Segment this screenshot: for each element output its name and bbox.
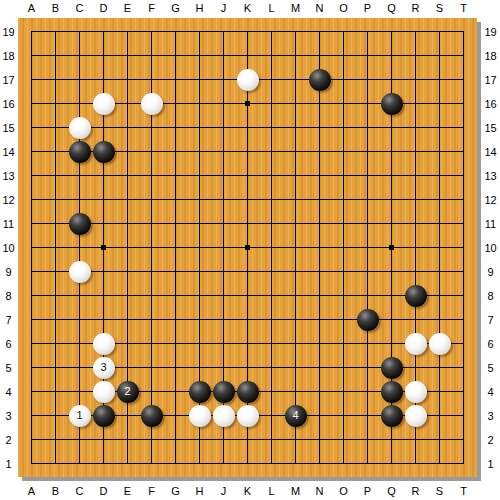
stone-white-D6[interactable] xyxy=(93,333,115,355)
column-label-top: R xyxy=(404,1,428,15)
stone-black-J4[interactable] xyxy=(213,381,235,403)
star-point xyxy=(245,245,250,250)
star-point xyxy=(101,245,106,250)
row-label-left: 5 xyxy=(0,361,17,375)
row-label-left: 13 xyxy=(0,169,17,183)
column-label-bottom: N xyxy=(308,484,332,498)
grid-line-vertical xyxy=(319,31,320,464)
stone-black-P7[interactable] xyxy=(357,309,379,331)
row-label-left: 18 xyxy=(0,49,17,63)
column-label-top: M xyxy=(284,1,308,15)
row-label-left: 11 xyxy=(0,217,17,231)
stone-white-D4[interactable] xyxy=(93,381,115,403)
go-board[interactable]: 1324 xyxy=(18,18,477,477)
column-label-bottom: L xyxy=(260,484,284,498)
row-label-right: 18 xyxy=(482,49,499,63)
stone-white-C9[interactable] xyxy=(69,261,91,283)
row-label-right: 3 xyxy=(482,409,499,423)
stone-black-D14[interactable] xyxy=(93,141,115,163)
row-label-left: 12 xyxy=(0,193,17,207)
column-label-bottom: D xyxy=(92,484,116,498)
column-label-bottom: Q xyxy=(380,484,404,498)
column-label-bottom: C xyxy=(68,484,92,498)
row-label-right: 13 xyxy=(482,169,499,183)
grid-line-horizontal xyxy=(31,319,464,320)
column-label-bottom: B xyxy=(44,484,68,498)
stone-white-R4[interactable] xyxy=(405,381,427,403)
move-number-label: 1 xyxy=(76,410,82,421)
stone-black-M3[interactable]: 4 xyxy=(285,405,307,427)
row-label-right: 17 xyxy=(482,73,499,87)
move-number-label: 2 xyxy=(124,386,130,397)
column-label-top: H xyxy=(188,1,212,15)
column-label-top: K xyxy=(236,1,260,15)
row-label-right: 11 xyxy=(482,217,499,231)
star-point xyxy=(245,101,250,106)
column-label-top: S xyxy=(428,1,452,15)
stone-white-R3[interactable] xyxy=(405,405,427,427)
column-label-bottom: P xyxy=(356,484,380,498)
column-label-top: A xyxy=(20,1,44,15)
stone-black-R8[interactable] xyxy=(405,285,427,307)
row-label-right: 12 xyxy=(482,193,499,207)
stone-white-D5[interactable]: 3 xyxy=(93,357,115,379)
grid-line-horizontal xyxy=(31,271,464,272)
stone-white-J3[interactable] xyxy=(213,405,235,427)
stone-white-K3[interactable] xyxy=(237,405,259,427)
row-label-left: 3 xyxy=(0,409,17,423)
row-label-left: 16 xyxy=(0,97,17,111)
column-label-top: F xyxy=(140,1,164,15)
column-label-bottom: M xyxy=(284,484,308,498)
stone-black-Q5[interactable] xyxy=(381,357,403,379)
star-point xyxy=(389,245,394,250)
column-label-top: N xyxy=(308,1,332,15)
column-label-top: L xyxy=(260,1,284,15)
column-label-bottom: G xyxy=(164,484,188,498)
column-label-top: E xyxy=(116,1,140,15)
stone-black-Q4[interactable] xyxy=(381,381,403,403)
stone-white-R6[interactable] xyxy=(405,333,427,355)
row-label-left: 10 xyxy=(0,241,17,255)
column-label-top: C xyxy=(68,1,92,15)
row-label-left: 2 xyxy=(0,433,17,447)
row-label-right: 5 xyxy=(482,361,499,375)
column-label-bottom: E xyxy=(116,484,140,498)
row-label-left: 4 xyxy=(0,385,17,399)
column-label-top: G xyxy=(164,1,188,15)
row-label-left: 9 xyxy=(0,265,17,279)
stone-black-Q16[interactable] xyxy=(381,93,403,115)
column-label-bottom: F xyxy=(140,484,164,498)
column-label-bottom: T xyxy=(452,484,476,498)
row-label-right: 1 xyxy=(482,457,499,471)
stone-white-K17[interactable] xyxy=(237,69,259,91)
row-label-right: 8 xyxy=(482,289,499,303)
column-label-bottom: O xyxy=(332,484,356,498)
row-label-left: 6 xyxy=(0,337,17,351)
stone-white-F16[interactable] xyxy=(141,93,163,115)
row-label-left: 8 xyxy=(0,289,17,303)
stone-white-C15[interactable] xyxy=(69,117,91,139)
grid-line-vertical xyxy=(343,31,344,464)
row-label-right: 15 xyxy=(482,121,499,135)
row-label-right: 9 xyxy=(482,265,499,279)
stone-black-N17[interactable] xyxy=(309,69,331,91)
stone-black-C14[interactable] xyxy=(69,141,91,163)
column-label-bottom: S xyxy=(428,484,452,498)
column-label-bottom: A xyxy=(20,484,44,498)
column-label-bottom: K xyxy=(236,484,260,498)
column-label-top: D xyxy=(92,1,116,15)
stone-white-C3[interactable]: 1 xyxy=(69,405,91,427)
row-label-right: 4 xyxy=(482,385,499,399)
row-label-left: 1 xyxy=(0,457,17,471)
stone-black-Q3[interactable] xyxy=(381,405,403,427)
row-label-left: 7 xyxy=(0,313,17,327)
grid-line-vertical xyxy=(295,31,296,464)
column-label-top: T xyxy=(452,1,476,15)
row-label-left: 19 xyxy=(0,25,17,39)
row-label-left: 14 xyxy=(0,145,17,159)
row-label-right: 19 xyxy=(482,25,499,39)
row-label-right: 10 xyxy=(482,241,499,255)
grid-line-horizontal xyxy=(31,463,464,464)
column-label-top: O xyxy=(332,1,356,15)
stone-black-C11[interactable] xyxy=(69,213,91,235)
stone-black-F3[interactable] xyxy=(141,405,163,427)
stone-black-K4[interactable] xyxy=(237,381,259,403)
stone-black-D3[interactable] xyxy=(93,405,115,427)
stone-white-D16[interactable] xyxy=(93,93,115,115)
stone-black-H4[interactable] xyxy=(189,381,211,403)
grid-line-horizontal xyxy=(31,295,464,296)
row-label-right: 14 xyxy=(482,145,499,159)
move-number-label: 4 xyxy=(292,410,298,421)
column-label-bottom: H xyxy=(188,484,212,498)
row-label-right: 16 xyxy=(482,97,499,111)
stone-black-E4[interactable]: 2 xyxy=(117,381,139,403)
column-label-bottom: J xyxy=(212,484,236,498)
column-label-top: B xyxy=(44,1,68,15)
row-label-left: 17 xyxy=(0,73,17,87)
move-number-label: 3 xyxy=(100,362,106,373)
row-label-left: 15 xyxy=(0,121,17,135)
grid-line-vertical xyxy=(463,31,464,464)
column-label-top: Q xyxy=(380,1,404,15)
row-label-right: 7 xyxy=(482,313,499,327)
column-label-top: P xyxy=(356,1,380,15)
column-label-top: J xyxy=(212,1,236,15)
stone-white-S6[interactable] xyxy=(429,333,451,355)
column-label-bottom: R xyxy=(404,484,428,498)
grid-line-vertical xyxy=(367,31,368,464)
row-label-right: 6 xyxy=(482,337,499,351)
row-label-right: 2 xyxy=(482,433,499,447)
grid-line-vertical xyxy=(439,31,440,464)
grid-line-horizontal xyxy=(31,439,464,440)
grid-line-vertical xyxy=(271,31,272,464)
go-diagram-page: 1324 AABBCCDDEEFFGGHHJJKKLLMMNNOOPPQQRRS… xyxy=(0,0,500,500)
stone-white-H3[interactable] xyxy=(189,405,211,427)
